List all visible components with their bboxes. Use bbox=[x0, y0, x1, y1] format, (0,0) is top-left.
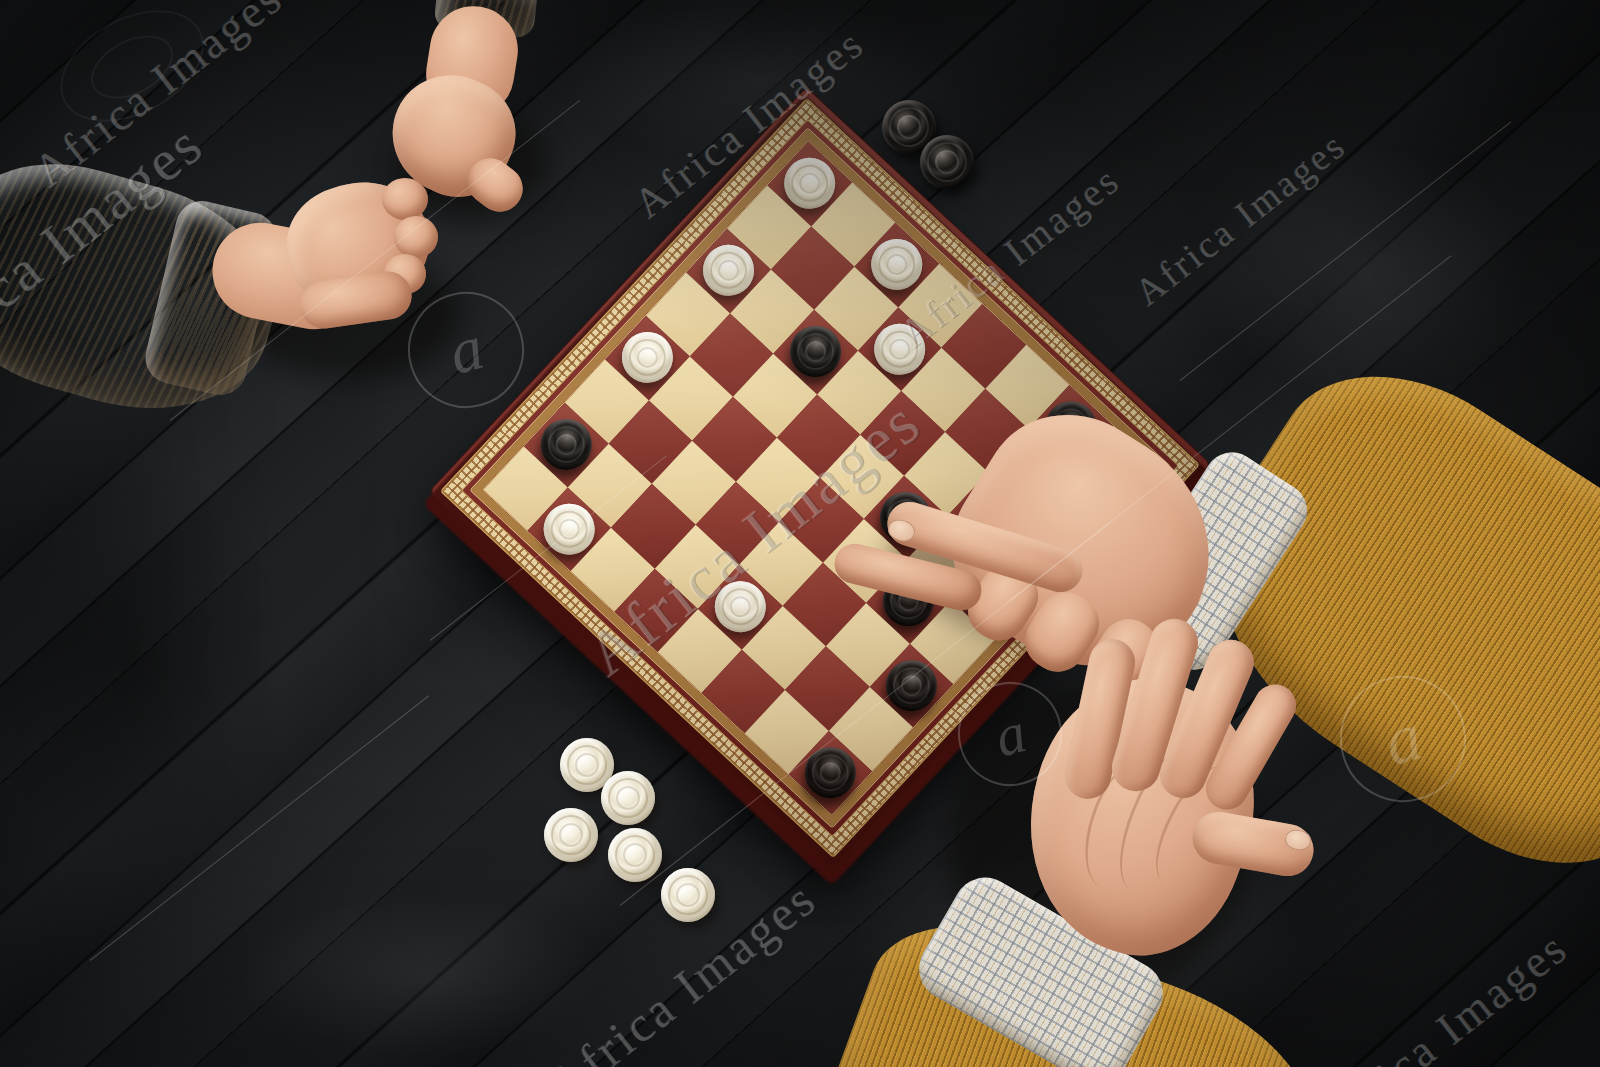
hands-layer bbox=[0, 0, 1600, 1067]
fist-knuckle bbox=[394, 216, 438, 258]
photo-checkers-game: Africa Images Africa Images Africa Image… bbox=[0, 0, 1600, 1067]
